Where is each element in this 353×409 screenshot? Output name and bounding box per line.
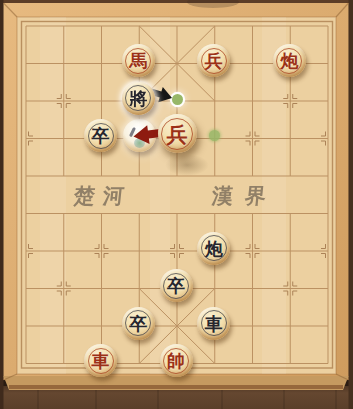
piece-glyph: 兵 — [205, 51, 223, 70]
xiangqi-game-screenshot: 楚河 漢界 馬兵炮將卒兵炮卒卒車車帥 — [0, 0, 353, 409]
piece-black-general[interactable]: 將 — [122, 82, 155, 115]
piece-red-horse[interactable]: 馬 — [122, 44, 155, 77]
piece-red-chariot[interactable]: 車 — [84, 344, 117, 377]
piece-red-soldier-lifted[interactable]: 兵 — [158, 114, 197, 153]
piece-glyph: 卒 — [167, 276, 185, 295]
piece-red-soldier-top[interactable]: 兵 — [197, 44, 230, 77]
piece-glyph: 炮 — [205, 239, 223, 258]
piece-black-soldier-c[interactable]: 卒 — [122, 307, 155, 340]
piece-glyph: 車 — [92, 351, 110, 370]
piece-black-soldier-a[interactable]: 卒 — [84, 119, 117, 152]
piece-black-soldier-b[interactable]: 卒 — [160, 269, 193, 302]
piece-black-cannon[interactable]: 炮 — [197, 232, 230, 265]
piece-glyph: 帥 — [167, 351, 185, 370]
pieces-grid: 馬兵炮將卒兵炮卒卒車車帥 — [7, 7, 347, 382]
piece-glyph: 卒 — [129, 314, 147, 333]
piece-glyph: 兵 — [167, 123, 188, 145]
piece-glyph: 馬 — [129, 51, 147, 70]
piece-glyph: 車 — [205, 314, 223, 333]
piece-red-cannon[interactable]: 炮 — [273, 44, 306, 77]
piece-glyph: 炮 — [280, 51, 298, 70]
piece-glyph: 卒 — [92, 126, 110, 145]
piece-red-general[interactable]: 帥 — [160, 344, 193, 377]
piece-black-chariot[interactable]: 車 — [197, 307, 230, 340]
piece-glyph: 將 — [129, 89, 147, 108]
